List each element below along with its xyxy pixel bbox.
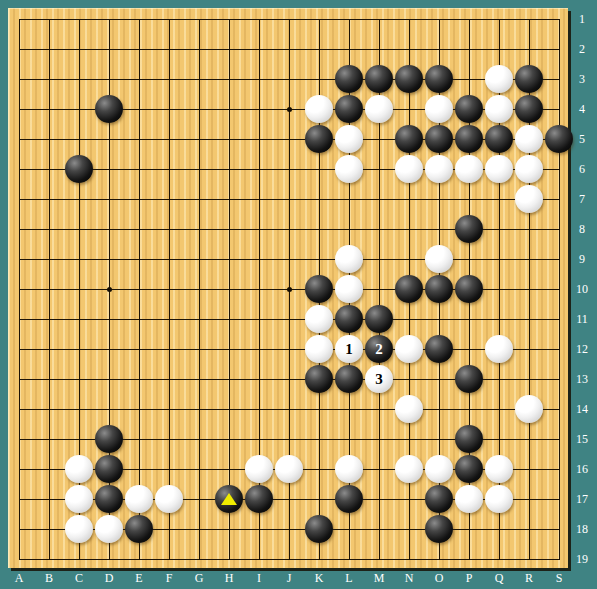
stone-white[interactable] [515, 185, 543, 213]
stone-black[interactable] [395, 125, 423, 153]
move-number: 3 [375, 372, 383, 387]
stone-black[interactable] [365, 65, 393, 93]
stone-white[interactable] [335, 245, 363, 273]
star-point [107, 287, 112, 292]
row-label: 3 [569, 72, 595, 86]
stone-white[interactable] [395, 395, 423, 423]
stone-black[interactable] [365, 305, 393, 333]
stone-black[interactable] [395, 275, 423, 303]
stone-black[interactable] [425, 335, 453, 363]
stone-white[interactable] [305, 95, 333, 123]
stone-white[interactable] [485, 95, 513, 123]
move-number: 1 [345, 342, 353, 357]
move-number: 2 [375, 342, 383, 357]
stone-white[interactable] [335, 155, 363, 183]
row-label: 6 [569, 162, 595, 176]
row-label: 19 [569, 552, 595, 566]
stone-white[interactable] [65, 515, 93, 543]
row-label: 7 [569, 192, 595, 206]
stone-white[interactable] [515, 125, 543, 153]
row-label: 2 [569, 42, 595, 56]
grid-line [19, 319, 560, 320]
row-label: 5 [569, 132, 595, 146]
stone-white[interactable] [335, 275, 363, 303]
stone-white[interactable] [455, 155, 483, 183]
stone-black[interactable] [305, 125, 333, 153]
column-label: N [399, 571, 419, 586]
stone-black[interactable] [125, 515, 153, 543]
stone-white[interactable] [335, 455, 363, 483]
column-label: I [249, 571, 269, 586]
row-label: 14 [569, 402, 595, 416]
column-label: Q [489, 571, 509, 586]
stone-white[interactable] [305, 335, 333, 363]
stone-black[interactable] [215, 485, 243, 513]
stone-white[interactable] [275, 455, 303, 483]
star-point [287, 107, 292, 112]
column-label: A [9, 571, 29, 586]
stone-black[interactable] [455, 275, 483, 303]
column-label: G [189, 571, 209, 586]
stone-black[interactable] [455, 425, 483, 453]
stone-black[interactable] [425, 275, 453, 303]
stone-black[interactable] [515, 65, 543, 93]
stone-white[interactable] [395, 455, 423, 483]
stone-white[interactable] [485, 155, 513, 183]
stone-white[interactable] [485, 485, 513, 513]
row-label: 18 [569, 522, 595, 536]
stone-black[interactable] [65, 155, 93, 183]
stone-black[interactable] [335, 485, 363, 513]
row-label: 15 [569, 432, 595, 446]
grid-line [19, 409, 560, 410]
row-label: 1 [569, 12, 595, 26]
go-app-window: 123 ABCDEFGHIJKLMNOPQRS 1234567891011121… [0, 0, 597, 589]
stone-black[interactable] [95, 485, 123, 513]
row-label: 4 [569, 102, 595, 116]
stone-black[interactable] [335, 305, 363, 333]
grid-line [559, 19, 560, 560]
column-label: M [369, 571, 389, 586]
star-point [287, 287, 292, 292]
column-label: H [219, 571, 239, 586]
stone-black[interactable] [95, 425, 123, 453]
column-label: S [549, 571, 569, 586]
stone-white[interactable] [65, 455, 93, 483]
stone-black[interactable] [335, 65, 363, 93]
stone-white[interactable] [485, 455, 513, 483]
stone-black[interactable] [305, 365, 333, 393]
stone-black[interactable] [305, 515, 333, 543]
stone-white[interactable] [365, 95, 393, 123]
stone-white[interactable] [95, 515, 123, 543]
stone-black[interactable] [425, 485, 453, 513]
stone-white[interactable] [125, 485, 153, 513]
stone-black[interactable] [335, 365, 363, 393]
column-label: R [519, 571, 539, 586]
stone-white[interactable] [335, 125, 363, 153]
stone-black[interactable] [425, 65, 453, 93]
column-label: J [279, 571, 299, 586]
triangle-marker-icon [221, 493, 237, 505]
stone-white[interactable] [425, 245, 453, 273]
grid-line [19, 349, 560, 350]
row-label: 16 [569, 462, 595, 476]
stone-black[interactable] [395, 65, 423, 93]
stone-white[interactable] [425, 455, 453, 483]
stone-white[interactable] [305, 305, 333, 333]
stone-black[interactable] [95, 95, 123, 123]
stone-black[interactable] [95, 455, 123, 483]
go-board[interactable]: 123 [8, 8, 568, 568]
stone-black[interactable] [455, 215, 483, 243]
stone-black[interactable] [455, 455, 483, 483]
stone-black[interactable] [425, 515, 453, 543]
stone-black[interactable] [245, 485, 273, 513]
stone-black[interactable] [305, 275, 333, 303]
column-label: D [99, 571, 119, 586]
column-label: C [69, 571, 89, 586]
column-label: O [429, 571, 449, 586]
row-label: 12 [569, 342, 595, 356]
grid-line [19, 559, 560, 560]
stone-white[interactable] [485, 65, 513, 93]
stone-white[interactable] [395, 155, 423, 183]
column-label: K [309, 571, 329, 586]
stone-white[interactable] [245, 455, 273, 483]
row-label: 11 [569, 312, 595, 326]
stone-white[interactable]: 3 [365, 365, 393, 393]
row-label: 13 [569, 372, 595, 386]
stone-black[interactable] [335, 95, 363, 123]
stone-white[interactable]: 1 [335, 335, 363, 363]
stone-black[interactable] [425, 125, 453, 153]
row-label: 10 [569, 282, 595, 296]
stone-black[interactable] [515, 95, 543, 123]
stone-white[interactable] [395, 335, 423, 363]
column-label: F [159, 571, 179, 586]
column-label: B [39, 571, 59, 586]
stone-white[interactable] [485, 335, 513, 363]
stone-white[interactable] [515, 395, 543, 423]
stone-white[interactable] [425, 155, 453, 183]
column-label: L [339, 571, 359, 586]
row-label: 17 [569, 492, 595, 506]
stone-white[interactable] [65, 485, 93, 513]
row-label: 9 [569, 252, 595, 266]
stone-black[interactable] [455, 365, 483, 393]
stone-white[interactable] [155, 485, 183, 513]
column-label: P [459, 571, 479, 586]
stone-white[interactable] [455, 485, 483, 513]
stone-black[interactable] [455, 125, 483, 153]
stone-black[interactable] [455, 95, 483, 123]
stone-white[interactable] [425, 95, 453, 123]
stone-white[interactable] [515, 155, 543, 183]
stone-black[interactable] [485, 125, 513, 153]
row-label: 8 [569, 222, 595, 236]
stone-black[interactable]: 2 [365, 335, 393, 363]
column-label: E [129, 571, 149, 586]
